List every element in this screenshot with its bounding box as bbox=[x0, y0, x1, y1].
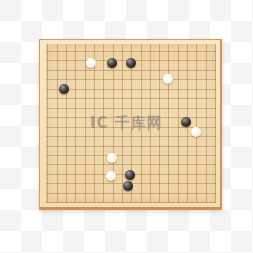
grid-horizontal-line bbox=[46, 164, 216, 165]
go-board: IC 千库网 bbox=[39, 39, 222, 210]
grid-horizontal-line bbox=[46, 117, 216, 118]
grid-vertical-line bbox=[103, 44, 104, 203]
grid-horizontal-line bbox=[46, 98, 216, 99]
grid-vertical-line bbox=[122, 44, 123, 203]
grid-horizontal-line bbox=[46, 146, 216, 147]
go-board-grid[interactable] bbox=[46, 44, 216, 203]
white-stone-c7-r11[interactable] bbox=[107, 153, 117, 163]
grid-horizontal-line bbox=[46, 127, 216, 128]
grid-horizontal-line bbox=[46, 108, 216, 109]
white-stone-c13-r3[interactable] bbox=[163, 74, 173, 84]
grid-vertical-line bbox=[57, 44, 58, 203]
grid-horizontal-line bbox=[46, 79, 216, 80]
grid-vertical-line bbox=[159, 44, 160, 203]
transparency-checker-background: IC 千库网 bbox=[0, 0, 253, 253]
grid-vertical-line bbox=[47, 44, 48, 203]
grid-vertical-line bbox=[85, 44, 86, 203]
grid-horizontal-line bbox=[46, 136, 216, 137]
black-stone-c9-r14[interactable] bbox=[123, 181, 133, 191]
grid-vertical-line bbox=[215, 44, 216, 203]
grid-vertical-line bbox=[206, 44, 207, 203]
grid-horizontal-line bbox=[46, 202, 216, 203]
grid-vertical-line bbox=[75, 44, 76, 203]
grid-horizontal-line bbox=[46, 89, 216, 90]
white-stone-c5-r1[interactable] bbox=[86, 58, 96, 68]
grid-horizontal-line bbox=[46, 51, 216, 52]
grid-horizontal-line bbox=[46, 155, 216, 156]
black-stone-c9-r1[interactable] bbox=[126, 58, 136, 68]
grid-vertical-line bbox=[178, 44, 179, 203]
grid-horizontal-line bbox=[46, 193, 216, 194]
white-stone-c16-r9[interactable] bbox=[191, 127, 201, 137]
grid-vertical-line bbox=[150, 44, 151, 203]
black-stone-c9-r13[interactable] bbox=[125, 170, 135, 180]
grid-vertical-line bbox=[141, 44, 142, 203]
grid-vertical-line bbox=[168, 44, 169, 203]
grid-vertical-line bbox=[196, 44, 197, 203]
black-stone-c15-r8[interactable] bbox=[181, 117, 191, 127]
black-stone-c7-r1[interactable] bbox=[107, 58, 117, 68]
grid-horizontal-line bbox=[46, 70, 216, 71]
grid-vertical-line bbox=[66, 44, 67, 203]
grid-vertical-line bbox=[94, 44, 95, 203]
black-stone-c2-r4[interactable] bbox=[59, 84, 69, 94]
white-stone-c7-r13[interactable] bbox=[106, 171, 116, 181]
